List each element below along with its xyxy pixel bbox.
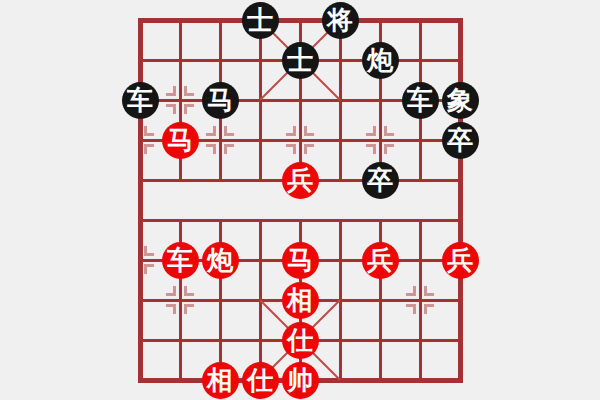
point-marker-corner [224, 126, 234, 136]
piece-black-general[interactable]: 将 [322, 2, 359, 39]
piece-red-horse-2[interactable]: 马 [282, 242, 319, 279]
piece-black-elephant[interactable]: 象 [442, 82, 479, 119]
point-marker-corner [184, 286, 194, 296]
point-marker-corner [406, 286, 416, 296]
point-marker-corner [144, 246, 154, 256]
piece-red-horse-1[interactable]: 马 [162, 122, 199, 159]
piece-black-chariot-1[interactable]: 车 [122, 82, 159, 119]
point-marker-corner [224, 144, 234, 154]
piece-black-soldier-2[interactable]: 卒 [362, 162, 399, 199]
point-marker-corner [144, 126, 154, 136]
point-marker-corner [184, 86, 194, 96]
piece-black-horse[interactable]: 马 [202, 82, 239, 119]
point-marker-corner [424, 304, 434, 314]
point-marker-corner [184, 104, 194, 114]
point-marker-corner [366, 126, 376, 136]
piece-red-cannon[interactable]: 炮 [202, 242, 239, 279]
piece-black-cannon[interactable]: 炮 [362, 42, 399, 79]
point-marker-corner [286, 144, 296, 154]
piece-black-advisor-2[interactable]: 士 [282, 42, 319, 79]
point-marker-corner [166, 304, 176, 314]
piece-red-advisor-1[interactable]: 仕 [282, 322, 319, 359]
point-marker-corner [424, 286, 434, 296]
piece-red-general[interactable]: 帅 [282, 362, 319, 399]
point-marker-corner [166, 104, 176, 114]
point-marker-corner [206, 144, 216, 154]
point-marker-corner [144, 144, 154, 154]
point-marker-corner [406, 304, 416, 314]
point-marker-corner [384, 126, 394, 136]
point-marker-corner [366, 144, 376, 154]
point-marker-corner [184, 304, 194, 314]
point-marker-corner [384, 144, 394, 154]
piece-red-elephant-1[interactable]: 相 [282, 282, 319, 319]
piece-red-soldier-3[interactable]: 兵 [442, 242, 479, 279]
point-marker-corner [166, 86, 176, 96]
piece-red-chariot[interactable]: 车 [162, 242, 199, 279]
point-marker-corner [144, 264, 154, 274]
piece-red-elephant-2[interactable]: 相 [202, 362, 239, 399]
piece-black-advisor-1[interactable]: 士 [242, 2, 279, 39]
point-marker-corner [304, 144, 314, 154]
point-marker-corner [286, 126, 296, 136]
piece-red-soldier-1[interactable]: 兵 [282, 162, 319, 199]
piece-red-advisor-2[interactable]: 仕 [242, 362, 279, 399]
point-marker-corner [206, 126, 216, 136]
piece-red-soldier-2[interactable]: 兵 [362, 242, 399, 279]
piece-black-chariot-2[interactable]: 车 [402, 82, 439, 119]
xiangqi-board: 士将士炮车马车象卒卒马兵车炮马兵兵相仕相仕帅 [0, 0, 600, 400]
piece-black-soldier-1[interactable]: 卒 [442, 122, 479, 159]
point-marker-corner [166, 286, 176, 296]
point-marker-corner [304, 126, 314, 136]
